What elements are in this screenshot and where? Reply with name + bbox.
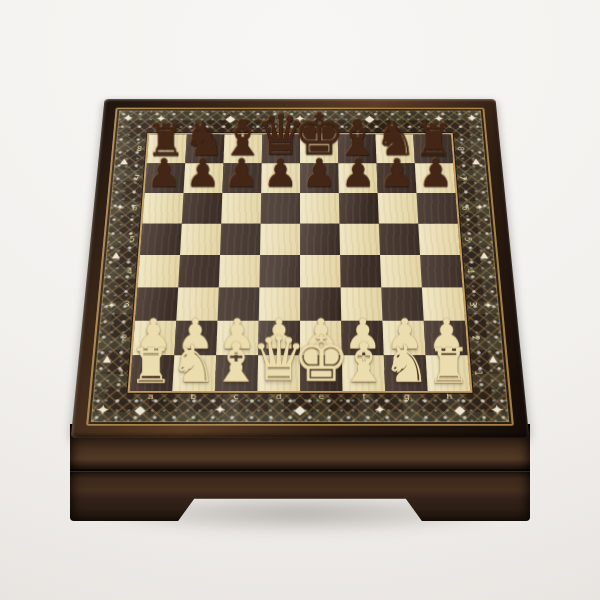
square-f4[interactable] <box>340 255 381 287</box>
square-h1[interactable]: ♜ <box>426 355 471 391</box>
coord-label-7: 7 <box>443 174 482 183</box>
studio-backdrop: ✦ ◆ ✦ ◆ ✦ ◆ ✦ ◆ ✦ ◆ ▲ ✦ <box>0 0 600 600</box>
file-labels: abcdefgh <box>129 393 471 401</box>
star-icon: ✦ <box>107 301 116 310</box>
square-g7[interactable]: ♟ <box>377 163 417 193</box>
coord-label-e: e <box>300 393 343 401</box>
square-h4[interactable] <box>420 255 462 287</box>
piece-black-pawn-b7[interactable]: ♟ <box>186 153 221 192</box>
arrow-icon: ▲ <box>488 353 497 363</box>
piece-black-pawn-e7[interactable]: ♟ <box>302 153 337 192</box>
arrow-icon: ▲ <box>120 157 128 165</box>
square-c6[interactable] <box>221 193 261 224</box>
square-f7[interactable]: ♟ <box>338 163 377 193</box>
square-a7[interactable]: ♟ <box>145 163 186 193</box>
coord-label-g: g <box>385 393 428 401</box>
square-g1[interactable]: ♞ <box>384 355 428 391</box>
coord-label-5: 5 <box>448 234 488 243</box>
corner-star-icon: ✦ <box>465 112 478 125</box>
board-inner-frame: ♜♞♝♛♚♝♞♜♟♟♟♟♟♟♟♟♟♟♟♟♟♟♟♟♜♞♝♛♚♝♞♜ <box>127 133 472 393</box>
square-b7[interactable]: ♟ <box>184 163 224 193</box>
coord-label-3: 3 <box>120 287 135 320</box>
piece-black-pawn-c7[interactable]: ♟ <box>224 153 259 192</box>
arrow-icon: ▲ <box>472 157 480 165</box>
coord-label-a: a <box>129 393 172 401</box>
piece-black-pawn-a7[interactable]: ♟ <box>147 153 182 192</box>
square-e7[interactable]: ♟ <box>300 163 339 193</box>
corner-star-icon: ✦ <box>95 402 110 419</box>
arrow-icon: ▲ <box>480 251 488 260</box>
mosaic-border: ✦ ◆ ✦ ◆ ✦ ◆ ✦ ◆ ✦ ◆ ▲ ✦ <box>86 108 514 426</box>
board-grid: ♜♞♝♛♚♝♞♜♟♟♟♟♟♟♟♟♟♟♟♟♟♟♟♟♜♞♝♛♚♝♞♜ <box>130 134 470 390</box>
walnut-frame: ✦ ◆ ✦ ◆ ✦ ◆ ✦ ◆ ✦ ◆ ▲ ✦ <box>71 99 529 438</box>
coord-label-c: c <box>215 393 258 401</box>
piece-white-rook-h1[interactable]: ♜ <box>427 341 471 390</box>
chess-box: ✦ ◆ ✦ ◆ ✦ ◆ ✦ ◆ ✦ ◆ ▲ ✦ <box>89 44 511 466</box>
piece-white-knight-b1[interactable]: ♞ <box>170 338 217 390</box>
coord-label-5: 5 <box>125 224 139 255</box>
coord-label-6: 6 <box>128 193 142 224</box>
piece-white-knight-g1[interactable]: ♞ <box>383 338 430 390</box>
coord-label-h: h <box>428 393 471 401</box>
square-b6[interactable] <box>182 193 223 224</box>
square-d5[interactable] <box>260 224 300 255</box>
coord-label-d: d <box>257 393 300 401</box>
lid-seam <box>70 469 530 471</box>
coord-label-6: 6 <box>445 204 485 213</box>
square-b4[interactable] <box>178 255 220 287</box>
square-f6[interactable] <box>339 193 379 224</box>
box-top: ✦ ◆ ✦ ◆ ✦ ◆ ✦ ◆ ✦ ◆ ▲ ✦ <box>71 99 529 438</box>
square-d4[interactable] <box>259 255 300 287</box>
square-f5[interactable] <box>339 224 380 255</box>
square-a6[interactable] <box>142 193 183 224</box>
arrow-icon: ▲ <box>103 353 112 363</box>
star-icon: ✦ <box>374 403 386 417</box>
square-a5[interactable] <box>140 224 182 255</box>
piece-black-pawn-g7[interactable]: ♟ <box>380 153 415 192</box>
square-g5[interactable] <box>379 224 420 255</box>
square-e4[interactable] <box>300 255 341 287</box>
square-c5[interactable] <box>220 224 261 255</box>
diamond-icon: ◆ <box>295 403 306 417</box>
square-c4[interactable] <box>219 255 260 287</box>
square-f1[interactable]: ♝ <box>342 355 385 391</box>
coord-label-8: 8 <box>133 134 147 163</box>
diamond-icon: ◆ <box>454 403 466 417</box>
piece-white-rook-a1[interactable]: ♜ <box>129 341 173 390</box>
coord-label-7: 7 <box>130 163 144 193</box>
square-b1[interactable]: ♞ <box>172 355 216 391</box>
coord-label-f: f <box>343 393 386 401</box>
corner-star-icon: ✦ <box>122 112 135 125</box>
square-d6[interactable] <box>261 193 300 224</box>
star-icon: ✦ <box>484 301 493 310</box>
corner-star-icon: ✦ <box>490 402 505 419</box>
arrow-icon: ▲ <box>112 251 120 260</box>
piece-white-bishop-f1[interactable]: ♝ <box>339 335 389 390</box>
square-c7[interactable]: ♟ <box>222 163 261 193</box>
star-icon: ✦ <box>116 203 125 211</box>
star-icon: ✦ <box>214 403 226 417</box>
piece-black-pawn-d7[interactable]: ♟ <box>263 153 298 192</box>
square-d7[interactable]: ♟ <box>261 163 300 193</box>
square-a1[interactable]: ♜ <box>130 355 175 391</box>
mosaic-ornament-row-bottom: ◆ ✦ ◆ ✦ ◆ <box>134 403 465 417</box>
coord-label-4: 4 <box>122 255 137 287</box>
square-e5[interactable] <box>300 224 340 255</box>
piece-black-pawn-f7[interactable]: ♟ <box>341 153 376 192</box>
square-a4[interactable] <box>138 255 180 287</box>
square-e1[interactable]: ♚ <box>300 355 343 391</box>
square-g6[interactable] <box>378 193 419 224</box>
coord-label-8: 8 <box>441 144 480 153</box>
coord-label-b: b <box>172 393 215 401</box>
square-e6[interactable] <box>300 193 339 224</box>
diamond-icon: ◆ <box>134 403 146 417</box>
square-g4[interactable] <box>380 255 422 287</box>
square-b5[interactable] <box>180 224 221 255</box>
